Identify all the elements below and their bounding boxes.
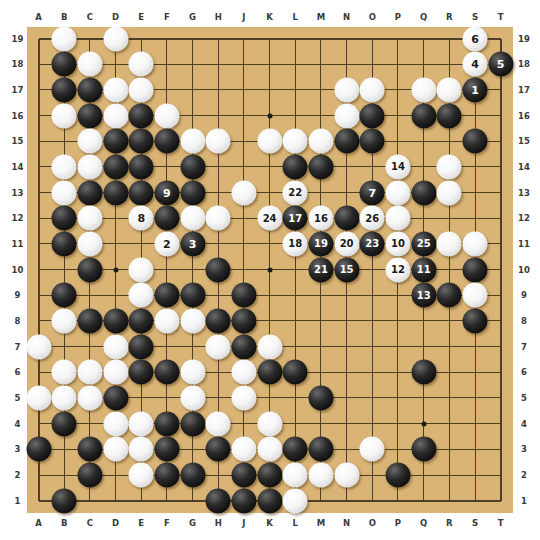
move-number-11: 11 [417, 265, 431, 275]
stone-S17[interactable]: 1 [463, 77, 488, 102]
stone-N16[interactable] [334, 103, 359, 128]
stone-J2[interactable] [231, 463, 256, 488]
coord-top-P: P [395, 12, 401, 22]
stone-R17[interactable] [437, 77, 462, 102]
stone-D16[interactable] [103, 103, 128, 128]
stone-G12[interactable] [180, 206, 205, 231]
move-number-2: 2 [163, 238, 171, 249]
stone-D13[interactable] [103, 180, 128, 205]
stone-E14[interactable] [129, 154, 154, 179]
stone-D6[interactable] [103, 360, 128, 385]
stone-C6[interactable] [77, 360, 102, 385]
coord-top-F: F [164, 12, 170, 22]
coord-right-7: 7 [521, 342, 527, 352]
stone-K15[interactable] [257, 129, 282, 154]
coord-top-L: L [293, 12, 298, 22]
move-number-20: 20 [340, 239, 354, 249]
coord-bottom-G: G [189, 518, 196, 528]
stone-E7[interactable] [129, 334, 154, 359]
stone-B19[interactable] [52, 26, 77, 51]
coord-top-H: H [215, 12, 222, 22]
stone-E9[interactable] [129, 283, 154, 308]
stone-J9[interactable] [231, 283, 256, 308]
stone-D7[interactable] [103, 334, 128, 359]
coord-bottom-N: N [343, 518, 350, 528]
coord-left-1: 1 [15, 496, 21, 506]
stone-F15[interactable] [154, 129, 179, 154]
stone-B13[interactable] [52, 180, 77, 205]
coord-top-E: E [138, 12, 144, 22]
stone-E12[interactable]: 8 [129, 206, 154, 231]
stone-K2[interactable] [257, 463, 282, 488]
stone-O16[interactable] [360, 103, 385, 128]
coord-right-3: 3 [521, 444, 527, 454]
coord-left-17: 17 [12, 85, 24, 95]
stone-N2[interactable] [334, 463, 359, 488]
coord-left-14: 14 [12, 162, 24, 172]
stone-H1[interactable] [206, 488, 231, 513]
coord-left-3: 3 [15, 444, 21, 454]
stone-E17[interactable] [129, 77, 154, 102]
move-number-17: 17 [288, 213, 302, 223]
stone-D5[interactable] [103, 385, 128, 410]
stone-O17[interactable] [360, 77, 385, 102]
move-number-3: 3 [189, 238, 197, 249]
coord-bottom-E: E [138, 518, 144, 528]
stone-H7[interactable] [206, 334, 231, 359]
move-number-10: 10 [391, 239, 405, 249]
move-number-9: 9 [163, 187, 171, 198]
coord-bottom-L: L [293, 518, 298, 528]
stone-Q6[interactable] [411, 360, 436, 385]
move-number-13: 13 [417, 290, 431, 300]
stone-O13[interactable]: 7 [360, 180, 385, 205]
coord-right-16: 16 [518, 111, 530, 121]
stone-G13[interactable] [180, 180, 205, 205]
coord-right-2: 2 [521, 470, 527, 480]
stone-F8[interactable] [154, 308, 179, 333]
move-number-24: 24 [263, 213, 277, 223]
stone-N17[interactable] [334, 77, 359, 102]
coord-left-6: 6 [15, 367, 21, 377]
coord-top-S: S [472, 12, 478, 22]
stone-C8[interactable] [77, 308, 102, 333]
coord-right-1: 1 [521, 496, 527, 506]
stone-B8[interactable] [52, 308, 77, 333]
coord-top-O: O [369, 12, 376, 22]
move-number-25: 25 [417, 239, 431, 249]
stone-H3[interactable] [206, 437, 231, 462]
move-number-15: 15 [340, 265, 354, 275]
stone-J3[interactable] [231, 437, 256, 462]
move-number-7: 7 [368, 187, 376, 198]
stone-N11[interactable]: 20 [334, 231, 359, 256]
stone-Q16[interactable] [411, 103, 436, 128]
stone-E15[interactable] [129, 129, 154, 154]
stone-H4[interactable] [206, 411, 231, 436]
stone-G15[interactable] [180, 129, 205, 154]
coord-bottom-H: H [215, 518, 222, 528]
coord-bottom-A: A [35, 518, 42, 528]
stone-D17[interactable] [103, 77, 128, 102]
stone-Q3[interactable] [411, 437, 436, 462]
coord-left-12: 12 [12, 213, 24, 223]
coord-right-5: 5 [521, 393, 527, 403]
stone-M10[interactable]: 21 [308, 257, 333, 282]
move-number-26: 26 [365, 213, 379, 223]
stone-B4[interactable] [52, 411, 77, 436]
star-point-Q4 [421, 421, 426, 426]
stone-C13[interactable] [77, 180, 102, 205]
stone-C15[interactable] [77, 129, 102, 154]
stone-E6[interactable] [129, 360, 154, 385]
stone-O3[interactable] [360, 437, 385, 462]
stone-G2[interactable] [180, 463, 205, 488]
stone-C14[interactable] [77, 154, 102, 179]
stone-A3[interactable] [26, 437, 51, 462]
stone-P13[interactable] [385, 180, 410, 205]
coord-top-A: A [35, 12, 42, 22]
stone-A5[interactable] [26, 385, 51, 410]
coord-bottom-P: P [395, 518, 401, 528]
stone-C5[interactable] [77, 385, 102, 410]
coord-right-19: 19 [518, 34, 530, 44]
stone-R14[interactable] [437, 154, 462, 179]
stone-J6[interactable] [231, 360, 256, 385]
stone-P10[interactable]: 12 [385, 257, 410, 282]
coord-right-17: 17 [518, 85, 530, 95]
move-number-19: 19 [314, 239, 328, 249]
stone-P12[interactable] [385, 206, 410, 231]
stone-B11[interactable] [52, 231, 77, 256]
coord-bottom-T: T [498, 518, 504, 528]
stone-B1[interactable] [52, 488, 77, 513]
stone-P11[interactable]: 10 [385, 231, 410, 256]
stone-F3[interactable] [154, 437, 179, 462]
coord-top-B: B [61, 12, 67, 22]
move-number-14: 14 [391, 162, 405, 172]
stone-S18[interactable]: 4 [463, 52, 488, 77]
coord-right-8: 8 [521, 316, 527, 326]
stone-E2[interactable] [129, 463, 154, 488]
coord-top-D: D [112, 12, 119, 22]
stone-D14[interactable] [103, 154, 128, 179]
stone-Q11[interactable]: 25 [411, 231, 436, 256]
stone-S19[interactable]: 6 [463, 26, 488, 51]
stone-R13[interactable] [437, 180, 462, 205]
coord-left-8: 8 [15, 316, 21, 326]
stone-D3[interactable] [103, 437, 128, 462]
stone-F9[interactable] [154, 283, 179, 308]
stone-K1[interactable] [257, 488, 282, 513]
coord-bottom-F: F [164, 518, 170, 528]
stone-R16[interactable] [437, 103, 462, 128]
coord-right-9: 9 [521, 290, 527, 300]
stone-G9[interactable] [180, 283, 205, 308]
stone-M15[interactable] [308, 129, 333, 154]
coord-top-M: M [317, 12, 325, 22]
stone-N10[interactable]: 15 [334, 257, 359, 282]
coord-bottom-C: C [87, 518, 93, 528]
stone-L2[interactable] [283, 463, 308, 488]
coord-left-4: 4 [15, 419, 21, 429]
stone-E16[interactable] [129, 103, 154, 128]
coord-bottom-J: J [242, 518, 245, 528]
stone-F6[interactable] [154, 360, 179, 385]
coord-right-11: 11 [518, 239, 530, 249]
stone-B12[interactable] [52, 206, 77, 231]
coord-bottom-R: R [446, 518, 453, 528]
stone-G4[interactable] [180, 411, 205, 436]
stone-F2[interactable] [154, 463, 179, 488]
grid-line-vertical [500, 39, 502, 501]
stone-M11[interactable]: 19 [308, 231, 333, 256]
star-point-K10 [267, 267, 272, 272]
stone-E8[interactable] [129, 308, 154, 333]
stone-C18[interactable] [77, 52, 102, 77]
coord-top-R: R [446, 12, 453, 22]
stone-L12[interactable]: 17 [283, 206, 308, 231]
stone-B5[interactable] [52, 385, 77, 410]
coord-right-10: 10 [518, 265, 530, 275]
stone-F13[interactable]: 9 [154, 180, 179, 205]
stone-T18[interactable]: 5 [488, 52, 513, 77]
move-number-18: 18 [288, 239, 302, 249]
stone-D8[interactable] [103, 308, 128, 333]
stone-R11[interactable] [437, 231, 462, 256]
stone-F4[interactable] [154, 411, 179, 436]
move-number-1: 1 [471, 84, 479, 95]
stone-G5[interactable] [180, 385, 205, 410]
stone-O12[interactable]: 26 [360, 206, 385, 231]
coord-bottom-M: M [317, 518, 325, 528]
stone-J7[interactable] [231, 334, 256, 359]
stone-K7[interactable] [257, 334, 282, 359]
coord-left-13: 13 [12, 188, 24, 198]
stone-H15[interactable] [206, 129, 231, 154]
coord-right-12: 12 [518, 213, 530, 223]
stone-K12[interactable]: 24 [257, 206, 282, 231]
stone-D4[interactable] [103, 411, 128, 436]
stone-C3[interactable] [77, 437, 102, 462]
stone-B16[interactable] [52, 103, 77, 128]
move-number-4: 4 [471, 59, 479, 70]
move-number-8: 8 [137, 213, 145, 224]
stone-F12[interactable] [154, 206, 179, 231]
stone-J8[interactable] [231, 308, 256, 333]
stone-S15[interactable] [463, 129, 488, 154]
stone-R9[interactable] [437, 283, 462, 308]
stone-F11[interactable]: 2 [154, 231, 179, 256]
stone-N12[interactable] [334, 206, 359, 231]
coord-top-G: G [189, 12, 196, 22]
stone-M12[interactable]: 16 [308, 206, 333, 231]
move-number-16: 16 [314, 213, 328, 223]
stone-S11[interactable] [463, 231, 488, 256]
coord-bottom-S: S [472, 518, 478, 528]
coord-top-J: J [242, 12, 245, 22]
move-number-6: 6 [471, 33, 479, 44]
stone-G14[interactable] [180, 154, 205, 179]
stone-B17[interactable] [52, 77, 77, 102]
go-game-screenshot: AABBCCDDEEFFGGHHJJKKLLMMNNOOPPQQRRSSTT19… [0, 0, 540, 540]
stone-L3[interactable] [283, 437, 308, 462]
coord-left-9: 9 [15, 290, 21, 300]
move-number-12: 12 [391, 265, 405, 275]
stone-Q13[interactable] [411, 180, 436, 205]
stone-C10[interactable] [77, 257, 102, 282]
stone-E10[interactable] [129, 257, 154, 282]
stone-C2[interactable] [77, 463, 102, 488]
stone-E13[interactable] [129, 180, 154, 205]
stone-E3[interactable] [129, 437, 154, 462]
coord-top-T: T [498, 12, 504, 22]
stone-K4[interactable] [257, 411, 282, 436]
stone-C17[interactable] [77, 77, 102, 102]
stone-F16[interactable] [154, 103, 179, 128]
stone-P14[interactable]: 14 [385, 154, 410, 179]
stone-E4[interactable] [129, 411, 154, 436]
move-number-21: 21 [314, 265, 328, 275]
coord-left-11: 11 [12, 239, 24, 249]
coord-bottom-O: O [369, 518, 376, 528]
stone-J5[interactable] [231, 385, 256, 410]
stone-L13[interactable]: 22 [283, 180, 308, 205]
stone-C12[interactable] [77, 206, 102, 231]
coord-bottom-D: D [112, 518, 119, 528]
stone-J1[interactable] [231, 488, 256, 513]
stone-A7[interactable] [26, 334, 51, 359]
stone-S9[interactable] [463, 283, 488, 308]
coord-top-K: K [266, 12, 273, 22]
stone-B14[interactable] [52, 154, 77, 179]
stone-L14[interactable] [283, 154, 308, 179]
stone-K3[interactable] [257, 437, 282, 462]
coord-left-10: 10 [12, 265, 24, 275]
stone-G11[interactable]: 3 [180, 231, 205, 256]
stone-E18[interactable] [129, 52, 154, 77]
stone-G6[interactable] [180, 360, 205, 385]
stone-L15[interactable] [283, 129, 308, 154]
coord-right-18: 18 [518, 59, 530, 69]
stone-L11[interactable]: 18 [283, 231, 308, 256]
star-point-K16 [267, 113, 272, 118]
stone-Q9[interactable]: 13 [411, 283, 436, 308]
coord-top-N: N [343, 12, 350, 22]
move-number-5: 5 [497, 59, 505, 70]
stone-N15[interactable] [334, 129, 359, 154]
stone-L6[interactable] [283, 360, 308, 385]
coord-right-15: 15 [518, 136, 530, 146]
stone-O15[interactable] [360, 129, 385, 154]
coord-top-C: C [87, 12, 93, 22]
stone-P2[interactable] [385, 463, 410, 488]
grid-line-vertical [295, 39, 296, 501]
coord-left-15: 15 [12, 136, 24, 146]
stone-B6[interactable] [52, 360, 77, 385]
stone-M5[interactable] [308, 385, 333, 410]
stone-Q10[interactable]: 11 [411, 257, 436, 282]
coord-right-13: 13 [518, 188, 530, 198]
coord-bottom-Q: Q [420, 518, 427, 528]
stone-K6[interactable] [257, 360, 282, 385]
stone-L1[interactable] [283, 488, 308, 513]
coord-right-6: 6 [521, 367, 527, 377]
stone-S10[interactable] [463, 257, 488, 282]
stone-D15[interactable] [103, 129, 128, 154]
stone-D19[interactable] [103, 26, 128, 51]
stone-Q17[interactable] [411, 77, 436, 102]
coord-left-16: 16 [12, 111, 24, 121]
coord-left-18: 18 [12, 59, 24, 69]
coord-right-4: 4 [521, 419, 527, 429]
stone-G8[interactable] [180, 308, 205, 333]
move-number-22: 22 [288, 188, 302, 198]
coord-left-5: 5 [15, 393, 21, 403]
stone-M2[interactable] [308, 463, 333, 488]
stone-B9[interactable] [52, 283, 77, 308]
move-number-23: 23 [365, 239, 379, 249]
coord-left-2: 2 [15, 470, 21, 480]
stone-B18[interactable] [52, 52, 77, 77]
stone-C11[interactable] [77, 231, 102, 256]
coord-left-19: 19 [12, 34, 24, 44]
stone-O11[interactable]: 23 [360, 231, 385, 256]
stone-J13[interactable] [231, 180, 256, 205]
stone-H8[interactable] [206, 308, 231, 333]
coord-right-14: 14 [518, 162, 530, 172]
stone-H12[interactable] [206, 206, 231, 231]
stone-S8[interactable] [463, 308, 488, 333]
stone-M3[interactable] [308, 437, 333, 462]
star-point-D10 [113, 267, 118, 272]
stone-M14[interactable] [308, 154, 333, 179]
stone-C16[interactable] [77, 103, 102, 128]
coord-bottom-K: K [266, 518, 273, 528]
coord-bottom-B: B [61, 518, 67, 528]
stone-H10[interactable] [206, 257, 231, 282]
coord-top-Q: Q [420, 12, 427, 22]
coord-left-7: 7 [15, 342, 21, 352]
